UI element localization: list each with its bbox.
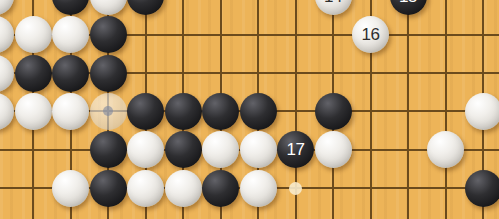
stone-white: [52, 93, 89, 130]
stone-black: [240, 93, 277, 130]
stone-white: 16: [352, 16, 389, 53]
stone-white: [15, 16, 52, 53]
stone-black: [15, 55, 52, 92]
go-board[interactable]: 14151617: [0, 0, 499, 219]
move-number-label: 17: [287, 141, 305, 158]
stone-white: [240, 131, 277, 168]
stone-black: [465, 170, 499, 207]
stone-black: [90, 55, 127, 92]
stone-white: [52, 16, 89, 53]
stone-black: [90, 131, 127, 168]
stone-black: [202, 170, 239, 207]
stone-black: [90, 170, 127, 207]
stone-black: [165, 93, 202, 130]
stone-white: [240, 170, 277, 207]
move-number-label: 16: [362, 26, 380, 43]
stone-white: [165, 170, 202, 207]
stone-white: [315, 131, 352, 168]
stone-black: [165, 131, 202, 168]
stone-white: [465, 93, 499, 130]
cream-dot-marker: [289, 182, 302, 195]
stone-black: [90, 16, 127, 53]
move-number-label: 14: [324, 0, 342, 5]
move-number-label: 15: [399, 0, 417, 5]
stone-white: [15, 93, 52, 130]
stone-black: [52, 55, 89, 92]
stone-black: [127, 93, 164, 130]
stone-black: [202, 93, 239, 130]
stone-white: [127, 170, 164, 207]
stone-black: [315, 93, 352, 130]
stone-white: [52, 170, 89, 207]
